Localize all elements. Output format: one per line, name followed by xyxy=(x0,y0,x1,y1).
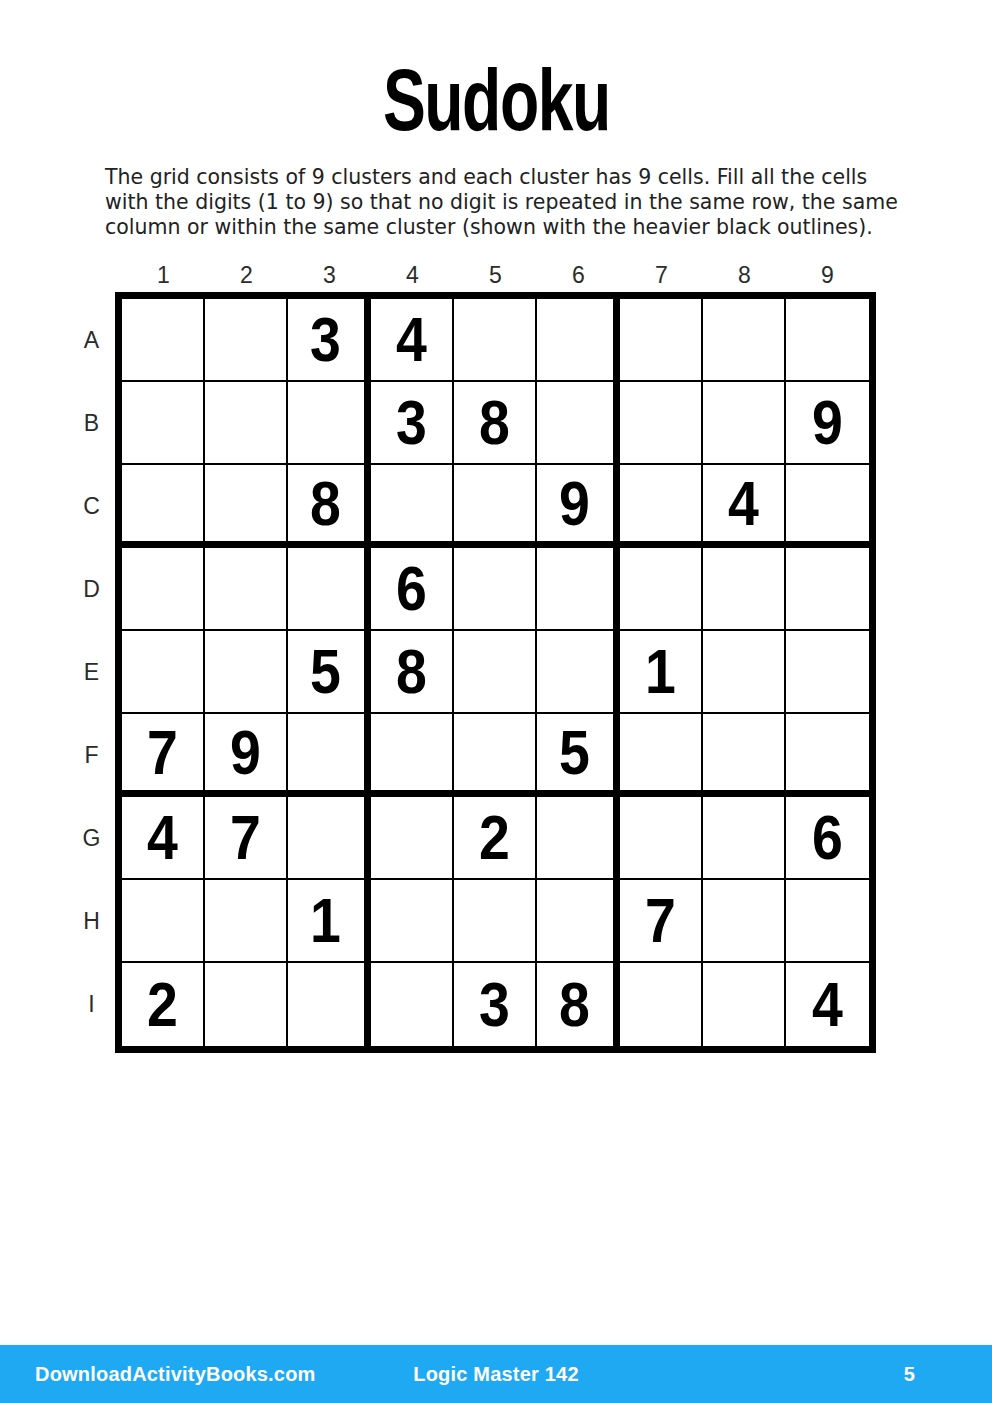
sudoku-grid: 3438989465817954726172384 xyxy=(115,292,876,1053)
cell-B7[interactable] xyxy=(620,382,703,465)
column-label-4: 4 xyxy=(371,262,454,292)
cell-H5[interactable] xyxy=(454,880,537,963)
cell-H1[interactable] xyxy=(122,880,205,963)
given-digit: 4 xyxy=(812,973,843,1036)
cell-H9[interactable] xyxy=(786,880,869,963)
footer-book-title: Logic Master 142 xyxy=(0,1345,992,1403)
cell-B9: 9 xyxy=(786,382,869,465)
cell-C6: 9 xyxy=(537,465,620,548)
given-digit: 3 xyxy=(479,973,510,1036)
cell-D2[interactable] xyxy=(205,548,288,631)
cell-H7: 7 xyxy=(620,880,703,963)
given-digit: 7 xyxy=(645,889,676,952)
cell-D4: 6 xyxy=(371,548,454,631)
given-digit: 5 xyxy=(560,721,591,784)
cell-F5[interactable] xyxy=(454,714,537,797)
row-label-I: I xyxy=(68,963,115,1046)
given-digit: 2 xyxy=(147,973,178,1036)
row-label-H: H xyxy=(68,880,115,963)
cell-B2[interactable] xyxy=(205,382,288,465)
cell-A7[interactable] xyxy=(620,299,703,382)
given-digit: 8 xyxy=(479,391,510,454)
given-digit: 2 xyxy=(479,806,510,869)
cell-H3: 1 xyxy=(288,880,371,963)
column-label-1: 1 xyxy=(122,262,205,292)
row-label-F: F xyxy=(68,714,115,797)
cell-I8[interactable] xyxy=(703,963,786,1046)
cell-D7[interactable] xyxy=(620,548,703,631)
given-digit: 7 xyxy=(147,721,178,784)
cell-B8[interactable] xyxy=(703,382,786,465)
given-digit: 6 xyxy=(812,806,843,869)
footer-page-number: 5 xyxy=(904,1345,915,1403)
cell-B5: 8 xyxy=(454,382,537,465)
given-digit: 3 xyxy=(311,308,342,371)
instructions-line: The grid consists of 9 clusters and each… xyxy=(105,165,905,190)
cell-C1[interactable] xyxy=(122,465,205,548)
cell-F4[interactable] xyxy=(371,714,454,797)
cell-F1: 7 xyxy=(122,714,205,797)
sudoku-board: 123456789 ABCDEFGHI 34389894658179547261… xyxy=(68,260,876,1053)
given-digit: 9 xyxy=(560,472,591,535)
column-label-3: 3 xyxy=(288,262,371,292)
row-label-C: C xyxy=(68,465,115,548)
cell-H6[interactable] xyxy=(537,880,620,963)
given-digit: 1 xyxy=(311,889,342,952)
cell-I3[interactable] xyxy=(288,963,371,1046)
column-label-9: 9 xyxy=(786,262,869,292)
cell-E3: 5 xyxy=(288,631,371,714)
cell-B6[interactable] xyxy=(537,382,620,465)
instructions-line: column or within the same cluster (shown… xyxy=(105,215,905,240)
cell-A2[interactable] xyxy=(205,299,288,382)
cell-B3[interactable] xyxy=(288,382,371,465)
column-label-5: 5 xyxy=(454,262,537,292)
given-digit: 7 xyxy=(230,806,261,869)
cell-D6[interactable] xyxy=(537,548,620,631)
cell-I2[interactable] xyxy=(205,963,288,1046)
cell-F3[interactable] xyxy=(288,714,371,797)
cell-G5: 2 xyxy=(454,797,537,880)
cell-A3: 3 xyxy=(288,299,371,382)
instructions-line: with the digits (1 to 9) so that no digi… xyxy=(105,190,905,215)
cell-I6: 8 xyxy=(537,963,620,1046)
given-digit: 8 xyxy=(396,640,427,703)
cell-F2: 9 xyxy=(205,714,288,797)
instructions: The grid consists of 9 clusters and each… xyxy=(105,165,905,240)
cell-E5[interactable] xyxy=(454,631,537,714)
cell-B1[interactable] xyxy=(122,382,205,465)
column-label-6: 6 xyxy=(537,262,620,292)
cell-A4: 4 xyxy=(371,299,454,382)
cell-E9[interactable] xyxy=(786,631,869,714)
cell-I5: 3 xyxy=(454,963,537,1046)
cell-E2[interactable] xyxy=(205,631,288,714)
cell-E4: 8 xyxy=(371,631,454,714)
cell-E8[interactable] xyxy=(703,631,786,714)
cell-A8[interactable] xyxy=(703,299,786,382)
given-digit: 9 xyxy=(230,721,261,784)
cell-C8: 4 xyxy=(703,465,786,548)
cell-C7[interactable] xyxy=(620,465,703,548)
column-label-8: 8 xyxy=(703,262,786,292)
cell-C4[interactable] xyxy=(371,465,454,548)
cell-I9: 4 xyxy=(786,963,869,1046)
cell-D1[interactable] xyxy=(122,548,205,631)
row-label-E: E xyxy=(68,631,115,714)
column-label-7: 7 xyxy=(620,262,703,292)
cell-A9[interactable] xyxy=(786,299,869,382)
cell-I7[interactable] xyxy=(620,963,703,1046)
cell-H2[interactable] xyxy=(205,880,288,963)
cell-G9: 6 xyxy=(786,797,869,880)
cell-G8[interactable] xyxy=(703,797,786,880)
cell-F6: 5 xyxy=(537,714,620,797)
cell-A5[interactable] xyxy=(454,299,537,382)
given-digit: 1 xyxy=(645,640,676,703)
row-label-B: B xyxy=(68,382,115,465)
cell-G3[interactable] xyxy=(288,797,371,880)
cell-F9[interactable] xyxy=(786,714,869,797)
given-digit: 4 xyxy=(728,472,759,535)
page-title: Sudoku xyxy=(0,56,992,144)
row-label-A: A xyxy=(68,299,115,382)
cell-H8[interactable] xyxy=(703,880,786,963)
given-digit: 6 xyxy=(396,557,427,620)
cell-C3: 8 xyxy=(288,465,371,548)
cell-A1[interactable] xyxy=(122,299,205,382)
given-digit: 5 xyxy=(311,640,342,703)
cell-D9[interactable] xyxy=(786,548,869,631)
given-digit: 9 xyxy=(812,391,843,454)
row-labels: ABCDEFGHI xyxy=(68,292,115,1053)
given-digit: 4 xyxy=(147,806,178,869)
page-title-text: Sudoku xyxy=(383,56,610,144)
row-label-D: D xyxy=(68,548,115,631)
cell-C5[interactable] xyxy=(454,465,537,548)
cell-G6[interactable] xyxy=(537,797,620,880)
given-digit: 8 xyxy=(560,973,591,1036)
cell-F8[interactable] xyxy=(703,714,786,797)
cell-H4[interactable] xyxy=(371,880,454,963)
cell-G2: 7 xyxy=(205,797,288,880)
cell-D5[interactable] xyxy=(454,548,537,631)
row-label-G: G xyxy=(68,797,115,880)
column-label-2: 2 xyxy=(205,262,288,292)
given-digit: 3 xyxy=(396,391,427,454)
cell-I4[interactable] xyxy=(371,963,454,1046)
cell-D3[interactable] xyxy=(288,548,371,631)
cell-F7[interactable] xyxy=(620,714,703,797)
cell-I1: 2 xyxy=(122,963,205,1046)
cell-B4: 3 xyxy=(371,382,454,465)
cell-G4[interactable] xyxy=(371,797,454,880)
given-digit: 4 xyxy=(396,308,427,371)
cell-E6[interactable] xyxy=(537,631,620,714)
given-digit: 8 xyxy=(311,472,342,535)
cell-G1: 4 xyxy=(122,797,205,880)
cell-G7[interactable] xyxy=(620,797,703,880)
footer-bar: DownloadActivityBooks.com Logic Master 1… xyxy=(0,1345,992,1403)
cell-D8[interactable] xyxy=(703,548,786,631)
column-labels: 123456789 xyxy=(122,260,876,292)
cell-E1[interactable] xyxy=(122,631,205,714)
cell-E7: 1 xyxy=(620,631,703,714)
cell-C9[interactable] xyxy=(786,465,869,548)
cell-C2[interactable] xyxy=(205,465,288,548)
cell-A6[interactable] xyxy=(537,299,620,382)
